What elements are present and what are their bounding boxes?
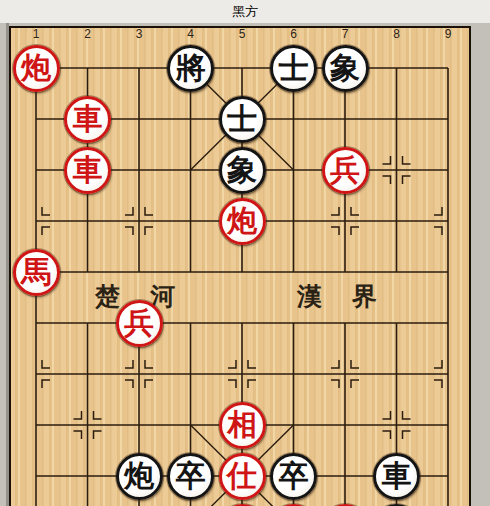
piece-glyph: 士: [227, 104, 257, 134]
piece-glyph: 象: [227, 155, 257, 185]
piece-black-f7r1[interactable]: 象: [322, 45, 369, 92]
xiangqi-board[interactable]: 楚河 漢界 123456789炮將士象車士車象兵炮馬兵相炮卒仕卒車: [9, 26, 471, 506]
piece-black-f5r3[interactable]: 象: [219, 147, 266, 194]
piece-glyph: 車: [73, 104, 103, 134]
piece-red-f5r9[interactable]: 仕: [219, 453, 266, 500]
piece-glyph: 相: [227, 410, 257, 440]
piece-red-f5r8[interactable]: 相: [219, 402, 266, 449]
river-label-han-jie: 漢界: [297, 282, 407, 312]
piece-red-f3r6[interactable]: 兵: [116, 300, 163, 347]
piece-glyph: 仕: [227, 461, 257, 491]
xiangqi-app: { "game": "xiangqi", "header": { "label"…: [0, 0, 490, 506]
piece-glyph: 兵: [124, 308, 154, 338]
column-label-3: 3: [129, 28, 149, 41]
column-label-2: 2: [78, 28, 98, 41]
column-label-4: 4: [181, 28, 201, 41]
piece-black-f3r9[interactable]: 炮: [116, 453, 163, 500]
piece-red-f2r3[interactable]: 車: [64, 147, 111, 194]
black-side-label: 黑方: [232, 3, 258, 21]
piece-glyph: 炮: [124, 461, 154, 491]
piece-red-f5r4[interactable]: 炮: [219, 198, 266, 245]
column-label-1: 1: [26, 28, 46, 41]
piece-black-f6r9[interactable]: 卒: [270, 453, 317, 500]
piece-black-f4r9[interactable]: 卒: [167, 453, 214, 500]
piece-red-f7r3[interactable]: 兵: [322, 147, 369, 194]
piece-black-f8r9[interactable]: 車: [373, 453, 420, 500]
piece-red-f1r1[interactable]: 炮: [13, 45, 60, 92]
column-label-7: 7: [335, 28, 355, 41]
piece-glyph: 卒: [176, 461, 206, 491]
column-label-8: 8: [387, 28, 407, 41]
piece-black-f5r2[interactable]: 士: [219, 96, 266, 143]
piece-glyph: 將: [176, 53, 206, 83]
piece-glyph: 象: [330, 53, 360, 83]
column-label-6: 6: [284, 28, 304, 41]
column-label-9: 9: [438, 28, 458, 41]
column-label-5: 5: [232, 28, 252, 41]
piece-glyph: 車: [382, 461, 412, 491]
black-side-header: 黑方: [0, 0, 490, 23]
piece-glyph: 士: [279, 53, 309, 83]
piece-black-f4r1[interactable]: 將: [167, 45, 214, 92]
piece-glyph: 卒: [279, 461, 309, 491]
piece-glyph: 兵: [330, 155, 360, 185]
piece-glyph: 車: [73, 155, 103, 185]
piece-glyph: 炮: [21, 53, 51, 83]
piece-glyph: 馬: [21, 257, 51, 287]
piece-red-f2r2[interactable]: 車: [64, 96, 111, 143]
piece-glyph: 炮: [227, 206, 257, 236]
piece-red-f1r5[interactable]: 馬: [13, 249, 60, 296]
piece-black-f6r1[interactable]: 士: [270, 45, 317, 92]
